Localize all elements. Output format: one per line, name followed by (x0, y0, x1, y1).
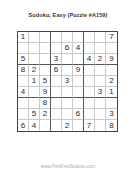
cell-r5c6[interactable] (73, 76, 84, 87)
cell-r5c2[interactable]: 1 (29, 76, 40, 87)
cell-r8c4[interactable] (51, 109, 62, 120)
cell-r8c1[interactable] (18, 109, 29, 120)
cell-r6c3[interactable]: 9 (40, 87, 51, 98)
cell-r7c1[interactable] (18, 98, 29, 109)
cell-r6c6[interactable] (73, 87, 84, 98)
cell-r5c4[interactable] (51, 76, 62, 87)
cell-r1c4[interactable] (51, 32, 62, 43)
cell-r5c3[interactable]: 5 (40, 76, 51, 87)
cell-r6c4[interactable] (51, 87, 62, 98)
page-title: Sudoku, Easy (Puzzle #A159) (0, 12, 136, 18)
cell-r9c2[interactable]: 4 (29, 120, 40, 131)
cell-r7c5[interactable] (62, 98, 73, 109)
cell-r4c1[interactable]: 8 (18, 65, 29, 76)
cell-r4c9[interactable] (106, 65, 117, 76)
cell-r6c1[interactable]: 4 (18, 87, 29, 98)
sudoku-sheet: Sudoku, Easy (Puzzle #A159) 176453429826… (0, 0, 136, 176)
sudoku-grid: 1764534298269153249318526364278 (17, 31, 118, 132)
cell-r8c2[interactable]: 5 (29, 109, 40, 120)
cell-r4c2[interactable]: 2 (29, 65, 40, 76)
cell-r1c6[interactable] (73, 32, 84, 43)
cell-r3c8[interactable]: 2 (95, 54, 106, 65)
cell-r4c5[interactable] (62, 65, 73, 76)
cell-r3c3[interactable] (40, 54, 51, 65)
cell-r5c5[interactable]: 3 (62, 76, 73, 87)
cell-r9c8[interactable] (95, 120, 106, 131)
cell-r5c9[interactable]: 2 (106, 76, 117, 87)
cell-r4c4[interactable]: 6 (51, 65, 62, 76)
cell-r8c3[interactable]: 2 (40, 109, 51, 120)
cell-r6c7[interactable] (84, 87, 95, 98)
cell-r9c1[interactable]: 6 (18, 120, 29, 131)
cell-r7c9[interactable] (106, 98, 117, 109)
cell-r7c4[interactable] (51, 98, 62, 109)
cell-r7c6[interactable] (73, 98, 84, 109)
cell-r4c6[interactable]: 9 (73, 65, 84, 76)
cell-r7c7[interactable] (84, 98, 95, 109)
cell-r9c6[interactable] (73, 120, 84, 131)
cell-r1c1[interactable]: 1 (18, 32, 29, 43)
cell-r1c2[interactable] (29, 32, 40, 43)
cell-r5c8[interactable] (95, 76, 106, 87)
cell-r9c7[interactable]: 7 (84, 120, 95, 131)
cell-r9c5[interactable]: 2 (62, 120, 73, 131)
cell-r9c4[interactable] (51, 120, 62, 131)
cell-r3c5[interactable] (62, 54, 73, 65)
cell-r8c6[interactable]: 6 (73, 109, 84, 120)
cell-r2c1[interactable] (18, 43, 29, 54)
cell-r6c9[interactable]: 1 (106, 87, 117, 98)
cell-r4c7[interactable] (84, 65, 95, 76)
cell-r3c6[interactable] (73, 54, 84, 65)
cell-r7c2[interactable] (29, 98, 40, 109)
cell-r8c8[interactable] (95, 109, 106, 120)
cell-r4c3[interactable] (40, 65, 51, 76)
footer-url: www.PrintFreeSudoku.com (0, 164, 136, 169)
cell-r3c4[interactable]: 3 (51, 54, 62, 65)
cell-r2c6[interactable]: 4 (73, 43, 84, 54)
cell-r2c7[interactable] (84, 43, 95, 54)
cell-r5c7[interactable] (84, 76, 95, 87)
cell-r2c4[interactable] (51, 43, 62, 54)
cell-r1c9[interactable]: 7 (106, 32, 117, 43)
cell-r8c7[interactable] (84, 109, 95, 120)
cell-r1c5[interactable] (62, 32, 73, 43)
cell-r9c3[interactable] (40, 120, 51, 131)
cell-r5c1[interactable] (18, 76, 29, 87)
cell-r8c9[interactable]: 3 (106, 109, 117, 120)
cell-r1c8[interactable] (95, 32, 106, 43)
cell-r8c5[interactable] (62, 109, 73, 120)
cell-r9c9[interactable]: 8 (106, 120, 117, 131)
cell-r6c5[interactable] (62, 87, 73, 98)
cell-r3c2[interactable] (29, 54, 40, 65)
cell-r1c3[interactable] (40, 32, 51, 43)
cell-r2c3[interactable] (40, 43, 51, 54)
cell-r4c8[interactable] (95, 65, 106, 76)
cell-r2c5[interactable]: 6 (62, 43, 73, 54)
cell-r2c8[interactable] (95, 43, 106, 54)
cell-r3c1[interactable]: 5 (18, 54, 29, 65)
cell-r7c3[interactable]: 8 (40, 98, 51, 109)
cell-r6c2[interactable] (29, 87, 40, 98)
cell-r3c9[interactable]: 9 (106, 54, 117, 65)
cell-r1c7[interactable] (84, 32, 95, 43)
cell-r2c9[interactable] (106, 43, 117, 54)
cell-r6c8[interactable]: 3 (95, 87, 106, 98)
cell-r7c8[interactable] (95, 98, 106, 109)
cell-r3c7[interactable]: 4 (84, 54, 95, 65)
cell-r2c2[interactable] (29, 43, 40, 54)
